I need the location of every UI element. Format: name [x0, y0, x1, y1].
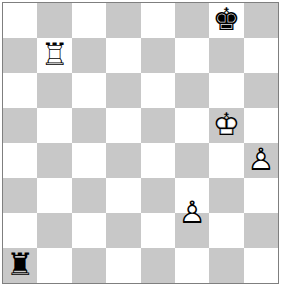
square-f7[interactable]	[175, 38, 209, 73]
square-d5[interactable]	[106, 108, 140, 143]
piece-white-pawn-f2[interactable]: ♟♙	[175, 196, 209, 231]
square-d6[interactable]	[106, 73, 140, 108]
white-king-glyph: ♔	[213, 109, 241, 140]
square-e3[interactable]	[141, 178, 175, 213]
square-g5[interactable]: ♚♔	[209, 108, 243, 143]
square-a1[interactable]: ♜	[3, 248, 37, 283]
square-g4[interactable]	[209, 143, 243, 178]
chess-board: ♚♜♖♚♔♟♙♟♙♜	[2, 2, 279, 284]
square-g3[interactable]	[209, 178, 243, 213]
square-a2[interactable]	[3, 213, 37, 248]
square-f4[interactable]	[175, 143, 209, 178]
square-h1[interactable]	[244, 248, 278, 283]
square-b8[interactable]	[37, 3, 71, 38]
square-c8[interactable]	[72, 3, 106, 38]
square-d2[interactable]	[106, 213, 140, 248]
square-f6[interactable]	[175, 73, 209, 108]
square-c7[interactable]	[72, 38, 106, 73]
white-rook-glyph: ♖	[41, 39, 69, 70]
square-f5[interactable]	[175, 108, 209, 143]
piece-black-king-g8[interactable]: ♚	[209, 3, 243, 38]
square-c4[interactable]	[72, 143, 106, 178]
piece-black-rook-a1[interactable]: ♜	[3, 248, 37, 283]
square-g7[interactable]	[209, 38, 243, 73]
square-h5[interactable]	[244, 108, 278, 143]
square-h7[interactable]	[244, 38, 278, 73]
square-a5[interactable]	[3, 108, 37, 143]
black-rook-glyph: ♜	[6, 249, 34, 280]
chess-diagram: ♚♜♖♚♔♟♙♟♙♜	[0, 0, 281, 285]
square-h8[interactable]	[244, 3, 278, 38]
square-e6[interactable]	[141, 73, 175, 108]
square-h4[interactable]: ♟♙	[244, 143, 278, 178]
square-c2[interactable]	[72, 213, 106, 248]
square-c5[interactable]	[72, 108, 106, 143]
square-g1[interactable]	[209, 248, 243, 283]
square-d1[interactable]	[106, 248, 140, 283]
square-a7[interactable]	[3, 38, 37, 73]
square-b7[interactable]: ♜♖	[37, 38, 71, 73]
square-b6[interactable]	[37, 73, 71, 108]
square-g2[interactable]	[209, 213, 243, 248]
square-h3[interactable]	[244, 178, 278, 213]
square-h2[interactable]	[244, 213, 278, 248]
square-c3[interactable]	[72, 178, 106, 213]
square-e4[interactable]	[141, 143, 175, 178]
square-f8[interactable]	[175, 3, 209, 38]
square-d8[interactable]	[106, 3, 140, 38]
square-a3[interactable]	[3, 178, 37, 213]
square-e1[interactable]	[141, 248, 175, 283]
square-e8[interactable]	[141, 3, 175, 38]
square-a8[interactable]	[3, 3, 37, 38]
square-e7[interactable]	[141, 38, 175, 73]
square-a6[interactable]	[3, 73, 37, 108]
square-d4[interactable]	[106, 143, 140, 178]
white-pawn-glyph: ♙	[178, 197, 206, 228]
square-d7[interactable]	[106, 38, 140, 73]
square-f2[interactable]: ♟♙	[175, 213, 209, 248]
square-b1[interactable]	[37, 248, 71, 283]
white-pawn-glyph: ♙	[247, 144, 275, 175]
square-e2[interactable]	[141, 213, 175, 248]
piece-white-pawn-h4[interactable]: ♟♙	[244, 143, 278, 178]
square-c6[interactable]	[72, 73, 106, 108]
square-c1[interactable]	[72, 248, 106, 283]
square-g8[interactable]: ♚	[209, 3, 243, 38]
square-b2[interactable]	[37, 213, 71, 248]
square-d3[interactable]	[106, 178, 140, 213]
square-b3[interactable]	[37, 178, 71, 213]
piece-white-king-g5[interactable]: ♚♔	[209, 108, 243, 143]
black-king-glyph: ♚	[213, 4, 241, 35]
square-b4[interactable]	[37, 143, 71, 178]
square-f1[interactable]	[175, 248, 209, 283]
piece-white-rook-b7[interactable]: ♜♖	[37, 38, 71, 73]
square-b5[interactable]	[37, 108, 71, 143]
square-g6[interactable]	[209, 73, 243, 108]
square-e5[interactable]	[141, 108, 175, 143]
square-a4[interactable]	[3, 143, 37, 178]
square-h6[interactable]	[244, 73, 278, 108]
